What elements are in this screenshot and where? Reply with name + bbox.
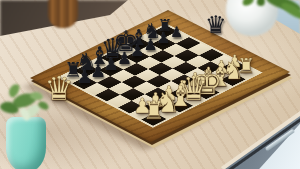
table-edge (221, 109, 300, 169)
drawer-front (215, 108, 300, 169)
leaf-shape (265, 0, 300, 14)
drawer-handle-icon (265, 129, 295, 152)
wooden-stem-vase (48, 0, 78, 28)
table-edge-shadow (224, 113, 300, 169)
chess-board (30, 10, 290, 142)
white-ceramic-vase (226, 0, 278, 36)
cabinet (215, 108, 300, 169)
photo-scene: ♜♞♝♛♚♝♞♜♟♟♟♟♟♟♟♟♟♟♟♟♟♟♟♟♜♞♝♛♚♝♞♜♛♛ (0, 0, 300, 169)
leaf-shape (280, 0, 300, 21)
plant-pot (6, 117, 46, 169)
blue-wall (258, 0, 300, 36)
leaf-shape (256, 0, 265, 7)
potted-plant (0, 84, 60, 169)
leaf-shape (241, 0, 255, 7)
